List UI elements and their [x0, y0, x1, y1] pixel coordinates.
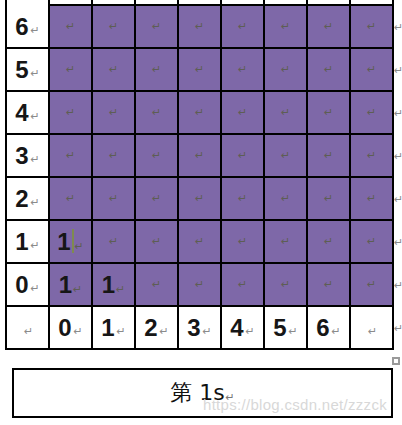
grid-cell[interactable]: ↵: [179, 135, 222, 178]
paragraph-mark-icon: ↵: [281, 21, 290, 32]
paragraph-mark-icon: ↵: [367, 107, 376, 118]
grid-cell[interactable]: ↵: [308, 135, 351, 178]
grid-cell[interactable]: 1↵: [50, 221, 93, 264]
grid-cell[interactable]: ↵: [351, 6, 394, 49]
cell-number: 0: [15, 273, 28, 297]
paragraph-mark-icon: ↵: [246, 326, 255, 337]
grid-cell[interactable]: ↵: [351, 221, 394, 264]
grid-cell[interactable]: ↵: [351, 264, 394, 307]
paragraph-mark-icon: ↵: [152, 21, 161, 32]
word-document-canvas: 6↵↵↵↵↵↵↵↵↵5↵↵↵↵↵↵↵↵↵4↵↵↵↵↵↵↵↵↵3↵↵↵↵↵↵↵↵↵…: [0, 0, 402, 425]
paragraph-mark-icon: ↵: [238, 64, 247, 75]
grid-cell[interactable]: ↵: [308, 49, 351, 92]
paragraph-mark-icon: ↵: [66, 150, 75, 161]
paragraph-mark-icon: ↵: [75, 241, 84, 252]
paragraph-mark-icon: ↵: [281, 193, 290, 204]
paragraph-mark-icon: ↵: [152, 193, 161, 204]
paragraph-mark-icon: ↵: [66, 21, 75, 32]
paragraph-mark-icon: ↵: [152, 150, 161, 161]
row-end-pilcrow-icon: ↵: [394, 277, 402, 293]
paragraph-mark-icon: ↵: [324, 236, 333, 247]
paragraph-mark-icon: ↵: [367, 236, 376, 247]
cell-number: 6: [316, 316, 329, 340]
grid-cell[interactable]: ↵: [351, 135, 394, 178]
grid-cell[interactable]: ↵: [136, 49, 179, 92]
grid-cell[interactable]: ↵: [265, 92, 308, 135]
paragraph-mark-icon: ↵: [324, 150, 333, 161]
grid-cell[interactable]: ↵: [136, 92, 179, 135]
paragraph-mark-icon: ↵: [332, 326, 341, 337]
paragraph-mark-icon: ↵: [281, 236, 290, 247]
table-resize-handle[interactable]: [392, 357, 400, 365]
grid-cell[interactable]: ↵: [50, 49, 93, 92]
paragraph-mark-icon: ↵: [368, 326, 377, 337]
col-label-0[interactable]: 0↵: [50, 307, 93, 350]
grid-cell[interactable]: ↵: [308, 221, 351, 264]
paragraph-mark-icon: ↵: [109, 150, 118, 161]
row-label-0[interactable]: 0↵: [5, 264, 50, 307]
paragraph-mark-icon: ↵: [367, 64, 376, 75]
paragraph-mark-icon: ↵: [324, 64, 333, 75]
paragraph-mark-icon: ↵: [203, 326, 212, 337]
paragraph-mark-icon: ↵: [31, 240, 40, 251]
grid-cell[interactable]: ↵: [93, 178, 136, 221]
paragraph-mark-icon: ↵: [74, 326, 83, 337]
paragraph-mark-icon: ↵: [324, 279, 333, 290]
cell-number: 3: [15, 144, 28, 168]
paragraph-mark-icon: ↵: [109, 21, 118, 32]
paragraph-mark-icon: ↵: [195, 150, 204, 161]
cell-number: 2: [144, 316, 157, 340]
grid-cell[interactable]: ↵: [351, 178, 394, 221]
grid-cell[interactable]: ↵: [179, 221, 222, 264]
grid-cell[interactable]: ↵: [351, 92, 394, 135]
paragraph-mark-icon: ↵: [31, 154, 40, 165]
paragraph-mark-icon: ↵: [109, 193, 118, 204]
paragraph-mark-icon: ↵: [31, 111, 40, 122]
cell-number: 6: [15, 15, 28, 39]
cell-number: 5: [15, 58, 28, 82]
cell-number: 3: [187, 316, 200, 340]
grid-cell[interactable]: ↵: [93, 49, 136, 92]
paragraph-mark-icon: ↵: [238, 279, 247, 290]
row-end-pilcrow-icon: ↵: [394, 191, 402, 207]
grid-cell[interactable]: ↵: [179, 92, 222, 135]
grid-cell[interactable]: ↵: [136, 264, 179, 307]
row-label-2[interactable]: 2↵: [5, 178, 50, 221]
cell-number: 4: [15, 101, 28, 125]
grid-cell[interactable]: ↵: [265, 135, 308, 178]
grid-cell[interactable]: ↵: [136, 135, 179, 178]
grid-cell[interactable]: ↵: [222, 221, 265, 264]
cell-number: 1: [59, 273, 72, 297]
paragraph-mark-icon: ↵: [324, 107, 333, 118]
cell-number: 0: [58, 316, 71, 340]
paragraph-mark-icon: ↵: [31, 68, 40, 79]
paragraph-mark-icon: ↵: [195, 279, 204, 290]
grid-cell[interactable]: ↵: [308, 178, 351, 221]
row-label-1[interactable]: 1↵: [5, 221, 50, 264]
paragraph-mark-icon: ↵: [31, 25, 40, 36]
grid-table: 6↵↵↵↵↵↵↵↵↵5↵↵↵↵↵↵↵↵↵4↵↵↵↵↵↵↵↵↵3↵↵↵↵↵↵↵↵↵…: [5, 0, 394, 350]
paragraph-mark-icon: ↵: [367, 193, 376, 204]
grid-cell[interactable]: 1↵: [93, 264, 136, 307]
grid-cell[interactable]: ↵: [136, 221, 179, 264]
row-end-pilcrow-icon: ↵: [394, 320, 402, 336]
grid-cell[interactable]: ↵: [222, 6, 265, 49]
paragraph-mark-icon: ↵: [367, 279, 376, 290]
row-end-pilcrow-icon: ↵: [394, 148, 402, 164]
grid-cell[interactable]: 1↵: [50, 264, 93, 307]
grid-cell[interactable]: ↵: [265, 221, 308, 264]
grid-cell[interactable]: ↵: [50, 178, 93, 221]
paragraph-mark-icon: ↵: [195, 236, 204, 247]
paragraph-mark-icon: ↵: [238, 21, 247, 32]
grid-cell[interactable]: ↵: [179, 6, 222, 49]
grid-cell[interactable]: ↵: [265, 49, 308, 92]
row-label-4[interactable]: 4↵: [5, 92, 50, 135]
grid-cell[interactable]: ↵: [308, 6, 351, 49]
grid-cell[interactable]: ↵: [308, 92, 351, 135]
paragraph-mark-icon: ↵: [152, 107, 161, 118]
corner-cell[interactable]: ↵: [5, 307, 50, 350]
grid-cell[interactable]: ↵: [308, 264, 351, 307]
paragraph-mark-icon: ↵: [31, 283, 40, 294]
text-cursor: [72, 229, 74, 253]
grid-cell[interactable]: ↵: [93, 221, 136, 264]
watermark: https://blog.csdn.net/zzzck: [203, 396, 387, 413]
grid-cell[interactable]: ↵: [222, 49, 265, 92]
cell-number: 1: [102, 273, 115, 297]
paragraph-mark-icon: ↵: [238, 236, 247, 247]
col-label-2[interactable]: 2↵: [136, 307, 179, 350]
grid-cell[interactable]: ↵: [93, 92, 136, 135]
paragraph-mark-icon: ↵: [66, 107, 75, 118]
cell-number: 4: [230, 316, 243, 340]
paragraph-mark-icon: ↵: [117, 326, 126, 337]
grid-cell[interactable]: ↵: [179, 178, 222, 221]
paragraph-mark-icon: ↵: [281, 150, 290, 161]
paragraph-mark-icon: ↵: [238, 150, 247, 161]
grid-cell[interactable]: ↵: [136, 6, 179, 49]
row-end-pilcrow-icon: ↵: [394, 62, 402, 78]
blank-header-cell[interactable]: ↵: [351, 307, 394, 350]
paragraph-mark-icon: ↵: [238, 193, 247, 204]
grid-cell[interactable]: ↵: [93, 135, 136, 178]
grid-cell[interactable]: ↵: [222, 178, 265, 221]
paragraph-mark-icon: ↵: [31, 197, 40, 208]
paragraph-mark-icon: ↵: [152, 64, 161, 75]
paragraph-mark-icon: ↵: [66, 64, 75, 75]
grid-cell[interactable]: ↵: [265, 178, 308, 221]
row-end-pilcrow-icon: ↵: [394, 19, 402, 35]
paragraph-mark-icon: ↵: [109, 107, 118, 118]
col-label-6[interactable]: 6↵: [308, 307, 351, 350]
cell-number: 2: [15, 187, 28, 211]
grid-cell[interactable]: ↵: [50, 6, 93, 49]
grid-cell[interactable]: ↵: [50, 92, 93, 135]
grid-cell[interactable]: ↵: [50, 135, 93, 178]
grid-cell[interactable]: ↵: [136, 178, 179, 221]
paragraph-mark-icon: ↵: [195, 107, 204, 118]
grid-cell[interactable]: ↵: [265, 264, 308, 307]
col-label-1[interactable]: 1↵: [93, 307, 136, 350]
paragraph-mark-icon: ↵: [66, 193, 75, 204]
grid-cell[interactable]: ↵: [179, 264, 222, 307]
paragraph-mark-icon: ↵: [281, 107, 290, 118]
paragraph-mark-icon: ↵: [195, 64, 204, 75]
paragraph-mark-icon: ↵: [367, 21, 376, 32]
row-label-3[interactable]: 3↵: [5, 135, 50, 178]
paragraph-mark-icon: ↵: [195, 193, 204, 204]
cell-number: 1: [57, 230, 70, 254]
grid-cell[interactable]: ↵: [93, 6, 136, 49]
paragraph-mark-icon: ↵: [281, 279, 290, 290]
grid-cell[interactable]: ↵: [179, 49, 222, 92]
paragraph-mark-icon: ↵: [160, 326, 169, 337]
grid-cell[interactable]: ↵: [351, 49, 394, 92]
cell-number: 1: [101, 316, 114, 340]
col-label-4[interactable]: 4↵: [222, 307, 265, 350]
grid-cell[interactable]: ↵: [265, 6, 308, 49]
paragraph-mark-icon: ↵: [289, 326, 298, 337]
paragraph-mark-icon: ↵: [109, 236, 118, 247]
paragraph-mark-icon: ↵: [116, 284, 125, 295]
cell-number: 5: [273, 316, 286, 340]
grid-cell[interactable]: ↵: [222, 264, 265, 307]
cell-number: 1: [15, 230, 28, 254]
row-end-pilcrow-icon: ↵: [394, 234, 402, 250]
row-label-5[interactable]: 5↵: [5, 49, 50, 92]
grid-cell[interactable]: ↵: [222, 92, 265, 135]
paragraph-mark-icon: ↵: [324, 193, 333, 204]
paragraph-mark-icon: ↵: [152, 236, 161, 247]
paragraph-mark-icon: ↵: [238, 107, 247, 118]
paragraph-mark-icon: ↵: [324, 21, 333, 32]
grid-cell[interactable]: ↵: [222, 135, 265, 178]
paragraph-mark-icon: ↵: [73, 284, 82, 295]
row-label-6[interactable]: 6↵: [5, 6, 50, 49]
col-label-3[interactable]: 3↵: [179, 307, 222, 350]
paragraph-mark-icon: ↵: [24, 326, 33, 337]
paragraph-mark-icon: ↵: [195, 21, 204, 32]
paragraph-mark-icon: ↵: [367, 150, 376, 161]
row-end-pilcrow-icon: ↵: [394, 105, 402, 121]
paragraph-mark-icon: ↵: [281, 64, 290, 75]
paragraph-mark-icon: ↵: [152, 279, 161, 290]
paragraph-mark-icon: ↵: [109, 64, 118, 75]
col-label-5[interactable]: 5↵: [265, 307, 308, 350]
